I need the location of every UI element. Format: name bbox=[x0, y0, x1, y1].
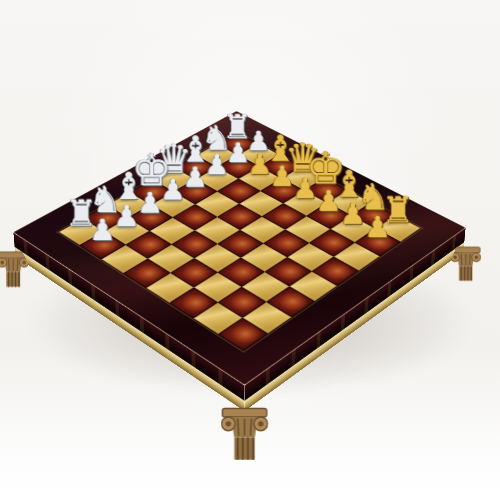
silver-pawn[interactable]: ♟ bbox=[160, 176, 185, 204]
gold-pawn[interactable]: ♟ bbox=[365, 213, 391, 242]
product-photo: ♜♟♝♛♚♝♞♜♞♟♟♟♟♟♟♟♝♟♛♟♚♟♝♟♞♟♜♟ bbox=[0, 0, 500, 500]
ionic-capital-icon bbox=[450, 246, 481, 283]
board-foot-right bbox=[450, 246, 481, 283]
silver-pawn[interactable]: ♟ bbox=[89, 216, 115, 245]
ionic-capital-icon bbox=[221, 406, 269, 462]
ionic-capital-icon bbox=[0, 250, 29, 288]
silver-pawn[interactable]: ♟ bbox=[205, 151, 230, 179]
scene: ♜♟♝♛♚♝♞♜♞♟♟♟♟♟♟♟♝♟♛♟♚♟♝♟♞♟♜♟ bbox=[0, 0, 500, 500]
gold-pawn[interactable]: ♟ bbox=[293, 175, 318, 203]
gold-pawn[interactable]: ♟ bbox=[270, 163, 295, 191]
gold-pawn[interactable]: ♟ bbox=[316, 187, 342, 216]
board-frame: ♜♟♝♛♚♝♞♜♞♟♟♟♟♟♟♟♝♟♛♟♚♟♝♟♞♟♜♟ bbox=[13, 111, 465, 385]
silver-pawn[interactable]: ♟ bbox=[183, 164, 208, 192]
board-foot-front bbox=[221, 406, 269, 462]
square-b1[interactable]: ♟ bbox=[80, 231, 126, 259]
silver-pawn[interactable]: ♟ bbox=[137, 189, 163, 218]
gold-pawn[interactable]: ♟ bbox=[340, 200, 366, 229]
gold-pawn[interactable]: ♟ bbox=[248, 151, 273, 179]
chess-board: ♜♟♝♛♚♝♞♜♞♟♟♟♟♟♟♟♝♟♛♟♚♟♝♟♞♟♜♟ bbox=[13, 111, 465, 385]
board-foot-left bbox=[0, 250, 29, 288]
silver-pawn[interactable]: ♟ bbox=[114, 202, 140, 231]
